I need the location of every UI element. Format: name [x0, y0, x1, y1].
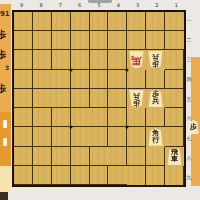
window-tab [88, 0, 112, 3]
square-48[interactable] [52, 166, 71, 185]
square-61[interactable] [71, 12, 90, 31]
shogi-board: 馬歩兵歩兵歩兵角行飛車 [12, 10, 186, 187]
square-74[interactable] [90, 70, 109, 89]
square-15[interactable] [71, 108, 90, 127]
shogi-piece-bishop-2七[interactable]: 角行 [148, 128, 163, 146]
square-27[interactable] [71, 147, 90, 166]
square-64[interactable] [108, 70, 127, 89]
star-point [126, 126, 129, 129]
shogi-piece-promoted-bishop-3三[interactable]: 馬 [129, 51, 144, 69]
square-78[interactable] [146, 147, 165, 166]
square-95[interactable] [52, 89, 71, 108]
shogi-piece-pawn-3五[interactable]: 歩兵 [129, 90, 144, 108]
shogi-piece-pawn-2五[interactable]: 歩兵 [148, 90, 163, 108]
square-54[interactable] [127, 70, 146, 89]
square-56[interactable] [165, 108, 184, 127]
square-44[interactable] [146, 70, 165, 89]
rank-label-1: 一 [186, 10, 192, 30]
star-point [69, 126, 72, 129]
rank-coordinate-labels: 一二三四五六七八九 [186, 10, 192, 187]
square-53[interactable] [90, 50, 109, 69]
square-24[interactable] [14, 89, 33, 108]
square-73[interactable] [52, 50, 71, 69]
square-36[interactable] [33, 127, 52, 146]
square-23[interactable] [14, 70, 33, 89]
panel-lower-section [0, 166, 11, 192]
square-21[interactable] [146, 12, 165, 31]
square-16[interactable] [71, 127, 90, 146]
square-55[interactable] [165, 89, 184, 108]
file-label-1: 1 [167, 1, 186, 9]
square-85[interactable] [71, 89, 90, 108]
square-97[interactable] [90, 127, 109, 146]
square-33[interactable] [165, 50, 184, 69]
file-label-6: 6 [70, 1, 89, 9]
star-point [126, 68, 129, 71]
hand-piece[interactable]: 歩 [0, 82, 7, 96]
square-71[interactable] [52, 12, 71, 31]
square-22[interactable] [146, 31, 165, 50]
square-42[interactable] [108, 31, 127, 50]
move-number-label: 91 [0, 10, 11, 18]
square-99[interactable] [127, 166, 146, 185]
square-46[interactable] [14, 127, 33, 146]
square-83[interactable] [33, 50, 52, 69]
file-label-9: 9 [12, 1, 31, 9]
name-text-mark [3, 138, 7, 146]
hand-piece-count: 3 [5, 64, 9, 71]
square-66[interactable] [146, 108, 165, 127]
square-38[interactable] [71, 166, 90, 185]
square-96[interactable] [90, 108, 109, 127]
square-63[interactable] [71, 50, 90, 69]
square-34[interactable] [165, 70, 184, 89]
name-text-mark [3, 120, 7, 128]
square-57[interactable] [14, 147, 33, 166]
square-79[interactable] [165, 166, 184, 185]
shogi-app: 987654321 馬歩兵歩兵歩兵角行飛車 一二三四五六七八九 91 3 歩歩歩… [0, 0, 200, 200]
square-58[interactable] [33, 166, 52, 185]
square-17[interactable] [90, 147, 109, 166]
rank-label-6: 六 [186, 108, 192, 128]
sente-komadai-panel: 歩 [191, 57, 200, 186]
square-25[interactable] [52, 108, 71, 127]
square-43[interactable] [108, 50, 127, 69]
panel-corner-patch [0, 192, 8, 200]
square-72[interactable] [52, 31, 71, 50]
square-14[interactable] [33, 89, 52, 108]
square-62[interactable] [71, 31, 90, 50]
file-label-7: 7 [51, 1, 70, 9]
square-75[interactable] [90, 89, 109, 108]
square-86[interactable] [108, 108, 127, 127]
square-37[interactable] [52, 147, 71, 166]
gote-komadai-panel: 91 3 歩歩歩 [0, 0, 11, 200]
square-41[interactable] [108, 12, 127, 31]
square-32[interactable] [127, 31, 146, 50]
square-93[interactable] [14, 50, 33, 69]
square-11[interactable] [165, 12, 184, 31]
square-18[interactable] [108, 166, 127, 185]
rank-label-5: 五 [186, 89, 192, 109]
square-51[interactable] [90, 12, 109, 31]
square-67[interactable] [165, 127, 184, 146]
rank-label-4: 四 [186, 69, 192, 89]
hand-piece[interactable]: 歩 [0, 28, 7, 42]
hand-piece[interactable]: 歩 [0, 48, 7, 62]
file-label-8: 8 [31, 1, 50, 9]
square-87[interactable] [108, 127, 127, 146]
square-77[interactable] [127, 127, 146, 146]
rank-label-3: 三 [186, 49, 192, 69]
square-92[interactable] [14, 31, 33, 50]
file-label-3: 3 [128, 1, 147, 9]
star-point [69, 68, 72, 71]
file-label-2: 2 [147, 1, 166, 9]
square-89[interactable] [146, 166, 165, 185]
square-47[interactable] [33, 147, 52, 166]
square-31[interactable] [127, 12, 146, 31]
shogi-piece-rook-1八[interactable]: 飛車 [167, 147, 182, 165]
square-98[interactable] [108, 147, 127, 166]
square-35[interactable] [33, 108, 52, 127]
square-65[interactable] [108, 89, 127, 108]
square-82[interactable] [33, 31, 52, 50]
square-13[interactable] [33, 70, 52, 89]
rank-label-2: 二 [186, 30, 192, 50]
square-28[interactable] [90, 166, 109, 185]
square-68[interactable] [14, 166, 33, 185]
square-84[interactable] [71, 70, 90, 89]
square-12[interactable] [165, 31, 184, 50]
square-26[interactable] [52, 127, 71, 146]
rank-label-9: 九 [186, 167, 192, 187]
square-45[interactable] [14, 108, 33, 127]
square-52[interactable] [90, 31, 109, 50]
square-81[interactable] [33, 12, 52, 31]
rank-label-8: 八 [186, 148, 192, 168]
shogi-piece-pawn-2三[interactable]: 歩兵 [148, 51, 163, 69]
square-76[interactable] [127, 108, 146, 127]
square-94[interactable] [52, 70, 71, 89]
player-name-plate [0, 112, 11, 166]
square-88[interactable] [127, 147, 146, 166]
square-91[interactable] [14, 12, 33, 31]
rank-label-7: 七 [186, 128, 192, 148]
